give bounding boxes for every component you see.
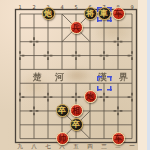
piece-black-soldier[interactable]: 卒 [56, 104, 69, 117]
piece-black-cannon[interactable]: 炮 [42, 7, 55, 20]
file-label-bottom: 三 [99, 143, 109, 150]
piece-red-elephant[interactable]: 相 [70, 104, 83, 117]
piece-red-general[interactable]: 帅 [56, 132, 69, 145]
file-label-top: 2 [29, 4, 39, 10]
xiangqi-app: 楚河 漢界 123456789九八七六五四三二一 炮将車车兵炮卒相卒帅车 [0, 0, 150, 150]
piece-red-chariot[interactable]: 车 [112, 7, 125, 20]
file-label-bottom: 七 [43, 143, 53, 150]
file-label-bottom: 九 [15, 143, 25, 150]
piece-black-chariot[interactable]: 車 [98, 7, 111, 20]
piece-red-soldier[interactable]: 兵 [70, 21, 83, 34]
piece-red-cannon[interactable]: 炮 [84, 90, 97, 103]
file-label-bottom: 五 [71, 143, 81, 150]
piece-black-soldier[interactable]: 卒 [70, 118, 83, 131]
file-label-bottom: 八 [29, 143, 39, 150]
piece-black-general[interactable]: 将 [84, 7, 97, 20]
file-label-top: 1 [15, 4, 25, 10]
piece-red-chariot[interactable]: 车 [112, 132, 125, 145]
file-label-top: 9 [127, 4, 137, 10]
file-label-top: 5 [71, 4, 81, 10]
last-move-from-marker [97, 76, 112, 91]
file-label-bottom: 四 [85, 143, 95, 150]
river-text-left: 楚河 [33, 71, 77, 84]
file-label-top: 4 [57, 4, 67, 10]
file-label-bottom: 一 [127, 143, 137, 150]
